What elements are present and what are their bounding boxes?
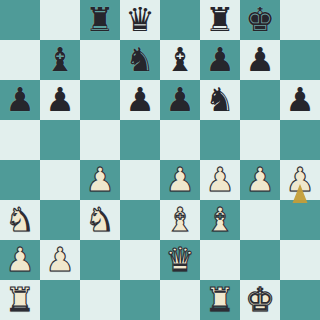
square-c1[interactable] xyxy=(80,280,120,320)
piece-black-knight[interactable]: ♞ xyxy=(200,80,240,120)
square-a3[interactable]: ♞ xyxy=(0,200,40,240)
square-h7[interactable] xyxy=(280,40,320,80)
piece-white-rook[interactable]: ♜ xyxy=(0,280,40,320)
square-g6[interactable] xyxy=(240,80,280,120)
square-d7[interactable]: ♞ xyxy=(120,40,160,80)
piece-white-pawn[interactable]: ♟ xyxy=(80,160,120,200)
square-f6[interactable]: ♞ xyxy=(200,80,240,120)
piece-white-knight[interactable]: ♞ xyxy=(80,200,120,240)
square-b5[interactable] xyxy=(40,120,80,160)
piece-white-bishop[interactable]: ♝ xyxy=(160,200,200,240)
square-f5[interactable] xyxy=(200,120,240,160)
square-a4[interactable] xyxy=(0,160,40,200)
piece-black-pawn[interactable]: ♟ xyxy=(200,40,240,80)
square-g2[interactable] xyxy=(240,240,280,280)
square-b4[interactable] xyxy=(40,160,80,200)
square-f2[interactable] xyxy=(200,240,240,280)
square-c4[interactable]: ♟ xyxy=(80,160,120,200)
square-a6[interactable]: ♟ xyxy=(0,80,40,120)
piece-white-rook[interactable]: ♜ xyxy=(200,280,240,320)
square-c2[interactable] xyxy=(80,240,120,280)
square-d8[interactable]: ♛ xyxy=(120,0,160,40)
square-b3[interactable] xyxy=(40,200,80,240)
square-g8[interactable]: ♚ xyxy=(240,0,280,40)
square-f1[interactable]: ♜ xyxy=(200,280,240,320)
square-a2[interactable]: ♟ xyxy=(0,240,40,280)
square-c6[interactable] xyxy=(80,80,120,120)
square-b2[interactable]: ♟ xyxy=(40,240,80,280)
square-b6[interactable]: ♟ xyxy=(40,80,80,120)
square-b7[interactable]: ♝ xyxy=(40,40,80,80)
piece-white-pawn[interactable]: ♟ xyxy=(280,160,320,200)
square-f4[interactable]: ♟ xyxy=(200,160,240,200)
square-h8[interactable] xyxy=(280,0,320,40)
piece-black-pawn[interactable]: ♟ xyxy=(160,80,200,120)
square-h4[interactable]: ♟ xyxy=(280,160,320,200)
square-g4[interactable]: ♟ xyxy=(240,160,280,200)
square-f3[interactable]: ♝ xyxy=(200,200,240,240)
square-c8[interactable]: ♜ xyxy=(80,0,120,40)
piece-black-pawn[interactable]: ♟ xyxy=(40,80,80,120)
piece-black-rook[interactable]: ♜ xyxy=(80,0,120,40)
square-a7[interactable] xyxy=(0,40,40,80)
piece-black-pawn[interactable]: ♟ xyxy=(0,80,40,120)
square-h1[interactable] xyxy=(280,280,320,320)
square-e2[interactable]: ♛ xyxy=(160,240,200,280)
square-c7[interactable] xyxy=(80,40,120,80)
square-d5[interactable] xyxy=(120,120,160,160)
piece-white-knight[interactable]: ♞ xyxy=(0,200,40,240)
square-e7[interactable]: ♝ xyxy=(160,40,200,80)
square-c5[interactable] xyxy=(80,120,120,160)
square-h2[interactable] xyxy=(280,240,320,280)
piece-white-pawn[interactable]: ♟ xyxy=(160,160,200,200)
square-f8[interactable]: ♜ xyxy=(200,0,240,40)
piece-white-pawn[interactable]: ♟ xyxy=(40,240,80,280)
square-d6[interactable]: ♟ xyxy=(120,80,160,120)
piece-black-pawn[interactable]: ♟ xyxy=(280,80,320,120)
chess-board: ♜♛♜♚♝♞♝♟♟♟♟♟♟♞♟♟♟♟♟♟♞♞♝♝♟♟♛♜♜♚ xyxy=(0,0,320,320)
piece-black-pawn[interactable]: ♟ xyxy=(120,80,160,120)
square-d1[interactable] xyxy=(120,280,160,320)
square-h5[interactable] xyxy=(280,120,320,160)
piece-white-bishop[interactable]: ♝ xyxy=(200,200,240,240)
piece-white-pawn[interactable]: ♟ xyxy=(240,160,280,200)
square-d4[interactable] xyxy=(120,160,160,200)
square-b8[interactable] xyxy=(40,0,80,40)
square-e6[interactable]: ♟ xyxy=(160,80,200,120)
square-e8[interactable] xyxy=(160,0,200,40)
piece-white-queen[interactable]: ♛ xyxy=(160,240,200,280)
piece-black-bishop[interactable]: ♝ xyxy=(40,40,80,80)
square-h3[interactable] xyxy=(280,200,320,240)
piece-black-rook[interactable]: ♜ xyxy=(200,0,240,40)
piece-white-pawn[interactable]: ♟ xyxy=(0,240,40,280)
square-a8[interactable] xyxy=(0,0,40,40)
square-f7[interactable]: ♟ xyxy=(200,40,240,80)
square-c3[interactable]: ♞ xyxy=(80,200,120,240)
piece-black-knight[interactable]: ♞ xyxy=(120,40,160,80)
square-g7[interactable]: ♟ xyxy=(240,40,280,80)
square-d2[interactable] xyxy=(120,240,160,280)
square-e5[interactable] xyxy=(160,120,200,160)
square-e1[interactable] xyxy=(160,280,200,320)
square-e4[interactable]: ♟ xyxy=(160,160,200,200)
square-a1[interactable]: ♜ xyxy=(0,280,40,320)
piece-black-queen[interactable]: ♛ xyxy=(120,0,160,40)
square-g3[interactable] xyxy=(240,200,280,240)
piece-white-king[interactable]: ♚ xyxy=(240,280,280,320)
piece-white-pawn[interactable]: ♟ xyxy=(200,160,240,200)
square-h6[interactable]: ♟ xyxy=(280,80,320,120)
square-a5[interactable] xyxy=(0,120,40,160)
square-g5[interactable] xyxy=(240,120,280,160)
square-e3[interactable]: ♝ xyxy=(160,200,200,240)
piece-black-bishop[interactable]: ♝ xyxy=(160,40,200,80)
square-d3[interactable] xyxy=(120,200,160,240)
piece-black-pawn[interactable]: ♟ xyxy=(240,40,280,80)
piece-black-king[interactable]: ♚ xyxy=(240,0,280,40)
square-b1[interactable] xyxy=(40,280,80,320)
square-g1[interactable]: ♚ xyxy=(240,280,280,320)
